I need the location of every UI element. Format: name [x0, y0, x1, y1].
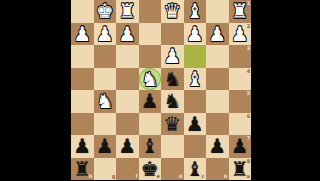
white-pawn-b2[interactable]: ♟ [206, 23, 229, 46]
square-d7[interactable] [161, 135, 184, 158]
square-d5[interactable]: ♞ [161, 90, 184, 113]
white-queen-d1[interactable]: ♛ [161, 0, 184, 23]
square-h4[interactable] [71, 68, 94, 91]
square-g1[interactable]: ♚ [94, 0, 117, 23]
letterbox-right [251, 0, 320, 180]
black-knight-d5[interactable]: ♞ [161, 90, 184, 113]
square-c3[interactable] [184, 45, 207, 68]
square-d3[interactable]: ♟ [161, 45, 184, 68]
square-a5[interactable]: 5 [229, 90, 252, 113]
black-pawn-f7[interactable]: ♟ [116, 135, 139, 158]
square-c6[interactable]: ♟ [184, 113, 207, 136]
coord-rank-2: 2 [246, 24, 250, 29]
white-pawn-f2[interactable]: ♟ [116, 23, 139, 46]
square-e1[interactable] [139, 0, 162, 23]
square-g4[interactable] [94, 68, 117, 91]
coord-rank-3: 3 [246, 46, 250, 51]
square-g3[interactable] [94, 45, 117, 68]
square-f5[interactable] [116, 90, 139, 113]
white-rook-f1[interactable]: ♜ [116, 0, 139, 23]
black-pawn-g7[interactable]: ♟ [94, 135, 117, 158]
white-king-g1[interactable]: ♚ [94, 0, 117, 23]
square-f7[interactable]: ♟ [116, 135, 139, 158]
square-h6[interactable] [71, 113, 94, 136]
square-c5[interactable] [184, 90, 207, 113]
coord-file-a: a [247, 174, 250, 179]
square-h8[interactable]: ♜h [71, 158, 94, 181]
square-a4[interactable]: 4 [229, 68, 252, 91]
square-g8[interactable]: g [94, 158, 117, 181]
square-g2[interactable]: ♟ [94, 23, 117, 46]
square-a6[interactable]: 6 [229, 113, 252, 136]
square-c8[interactable]: ♝c [184, 158, 207, 181]
square-h2[interactable]: ♟ [71, 23, 94, 46]
square-a8[interactable]: ♜8a [229, 158, 252, 181]
square-e2[interactable] [139, 23, 162, 46]
white-pawn-c2[interactable]: ♟ [184, 23, 207, 46]
white-pawn-h2[interactable]: ♟ [71, 23, 94, 46]
black-pawn-h7[interactable]: ♟ [71, 135, 94, 158]
square-d6[interactable]: ♛ [161, 113, 184, 136]
square-b7[interactable]: ♟ [206, 135, 229, 158]
coord-rank-4: 4 [246, 69, 250, 74]
square-f1[interactable]: ♜ [116, 0, 139, 23]
square-b5[interactable] [206, 90, 229, 113]
square-e5[interactable]: ♟ [139, 90, 162, 113]
square-b4[interactable] [206, 68, 229, 91]
coord-rank-7: 7 [246, 136, 250, 141]
coord-rank-6: 6 [246, 114, 250, 119]
square-h5[interactable] [71, 90, 94, 113]
chess-board: ♚♜♛♝♜1♟♟♟♟♟♟2♟3♞♞♝4♞♟♞5♛♟6♟♟♟♝♟♟7♜hgf♚ed… [71, 0, 251, 180]
coord-rank-8: 8 [246, 159, 250, 164]
letterbox-left [0, 0, 71, 180]
square-a3[interactable]: 3 [229, 45, 252, 68]
coord-rank-1: 1 [246, 1, 250, 6]
square-e8[interactable]: ♚e [139, 158, 162, 181]
square-g6[interactable] [94, 113, 117, 136]
square-f8[interactable]: f [116, 158, 139, 181]
square-f6[interactable] [116, 113, 139, 136]
square-f3[interactable] [116, 45, 139, 68]
square-c1[interactable]: ♝ [184, 0, 207, 23]
square-b8[interactable]: b [206, 158, 229, 181]
black-pawn-c6[interactable]: ♟ [184, 113, 207, 136]
black-knight-d4[interactable]: ♞ [161, 68, 184, 91]
video-frame: ♚♜♛♝♜1♟♟♟♟♟♟2♟3♞♞♝4♞♟♞5♛♟6♟♟♟♝♟♟7♜hgf♚ed… [0, 0, 320, 180]
square-b6[interactable] [206, 113, 229, 136]
black-bishop-e7[interactable]: ♝ [139, 135, 162, 158]
coord-file-d: d [179, 174, 183, 179]
square-d1[interactable]: ♛ [161, 0, 184, 23]
square-b3[interactable] [206, 45, 229, 68]
square-g5[interactable]: ♞ [94, 90, 117, 113]
square-c2[interactable]: ♟ [184, 23, 207, 46]
coord-file-e: e [157, 174, 160, 179]
square-a1[interactable]: ♜1 [229, 0, 252, 23]
square-f2[interactable]: ♟ [116, 23, 139, 46]
square-b1[interactable] [206, 0, 229, 23]
square-h1[interactable] [71, 0, 94, 23]
square-e6[interactable] [139, 113, 162, 136]
square-d2[interactable] [161, 23, 184, 46]
white-knight-e4[interactable]: ♞ [139, 68, 162, 91]
coord-file-b: b [224, 174, 228, 179]
white-pawn-d3[interactable]: ♟ [161, 45, 184, 68]
black-pawn-b7[interactable]: ♟ [206, 135, 229, 158]
black-queen-d6[interactable]: ♛ [161, 113, 184, 136]
white-pawn-g2[interactable]: ♟ [94, 23, 117, 46]
square-h7[interactable]: ♟ [71, 135, 94, 158]
square-e7[interactable]: ♝ [139, 135, 162, 158]
square-e3[interactable] [139, 45, 162, 68]
square-g7[interactable]: ♟ [94, 135, 117, 158]
square-d8[interactable]: d [161, 158, 184, 181]
square-a7[interactable]: ♟7 [229, 135, 252, 158]
coord-file-g: g [111, 174, 115, 179]
square-h3[interactable] [71, 45, 94, 68]
coord-file-f: f [135, 174, 137, 179]
square-c4[interactable]: ♝ [184, 68, 207, 91]
coord-file-h: h [89, 174, 93, 179]
white-bishop-c1[interactable]: ♝ [184, 0, 207, 23]
square-a2[interactable]: ♟2 [229, 23, 252, 46]
square-d4[interactable]: ♞ [161, 68, 184, 91]
coord-rank-5: 5 [246, 91, 250, 96]
coord-file-c: c [202, 174, 205, 179]
square-b2[interactable]: ♟ [206, 23, 229, 46]
square-e4[interactable]: ♞ [139, 68, 162, 91]
white-bishop-c4[interactable]: ♝ [184, 68, 207, 91]
white-knight-g5[interactable]: ♞ [94, 90, 117, 113]
square-f4[interactable] [116, 68, 139, 91]
square-c7[interactable] [184, 135, 207, 158]
black-pawn-e5[interactable]: ♟ [139, 90, 162, 113]
